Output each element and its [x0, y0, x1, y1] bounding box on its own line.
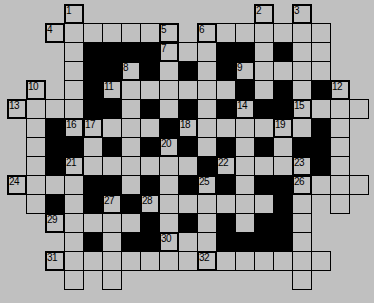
cell-r4c3[interactable] [64, 80, 84, 100]
cell-r14c15[interactable] [292, 270, 312, 290]
cell-r3c6[interactable]: 8 [121, 61, 141, 81]
block-r11c14 [273, 213, 293, 233]
cell-r13c12[interactable] [235, 251, 255, 271]
clue-number-4: 4 [47, 24, 52, 35]
block-r5c13 [254, 99, 274, 119]
cell-r6c13[interactable] [254, 118, 274, 138]
block-r7c13 [254, 137, 274, 157]
cell-r9c1[interactable] [26, 175, 46, 195]
cell-r13c14[interactable] [273, 251, 293, 271]
block-r6c2 [45, 118, 65, 138]
cell-r4c15[interactable] [292, 80, 312, 100]
cell-r11c8[interactable] [159, 213, 179, 233]
cell-r13c6[interactable] [121, 251, 141, 271]
block-r2c11 [216, 42, 236, 62]
cell-r8c6[interactable] [121, 156, 141, 176]
block-r5c7 [140, 99, 160, 119]
block-r9c11 [216, 175, 236, 195]
cell-r13c2[interactable]: 31 [45, 251, 65, 271]
cell-r6c15[interactable] [292, 118, 312, 138]
block-r3c7 [140, 61, 160, 81]
block-r12c12 [235, 232, 255, 252]
cell-r8c4[interactable] [83, 156, 103, 176]
clue-number-31: 31 [47, 252, 57, 263]
clue-number-17: 17 [85, 119, 95, 130]
cell-r3c3[interactable] [64, 61, 84, 81]
cell-r11c4[interactable] [83, 213, 103, 233]
cell-r9c2[interactable] [45, 175, 65, 195]
block-r2c14 [273, 42, 293, 62]
clue-number-21: 21 [66, 157, 76, 168]
cell-r1c15[interactable] [292, 23, 312, 43]
block-r5c5 [102, 99, 122, 119]
cell-r8c8[interactable] [159, 156, 179, 176]
block-r7c2 [45, 137, 65, 157]
cell-r7c10[interactable] [197, 137, 217, 157]
cell-r10c12[interactable] [235, 194, 255, 214]
block-r7c15 [292, 137, 312, 157]
cell-r8c14[interactable] [273, 156, 293, 176]
block-r5c11 [216, 99, 236, 119]
cell-r8c13[interactable] [254, 156, 274, 176]
cell-r1c10[interactable]: 6 [197, 23, 217, 43]
cell-r1c13[interactable] [254, 23, 274, 43]
clue-number-5: 5 [161, 24, 166, 35]
cell-r10c10[interactable] [197, 194, 217, 214]
cell-r11c15[interactable] [292, 213, 312, 233]
clue-number-1: 1 [66, 5, 71, 16]
cell-r4c10[interactable] [197, 80, 217, 100]
cell-r4c5[interactable]: 11 [102, 80, 122, 100]
block-r10c14 [273, 194, 293, 214]
block-r12c13 [254, 232, 274, 252]
cell-r14c5[interactable] [102, 270, 122, 290]
cell-r11c2[interactable]: 29 [45, 213, 65, 233]
block-r7c5 [102, 137, 122, 157]
cell-r13c4[interactable] [83, 251, 103, 271]
cell-r14c3[interactable] [64, 270, 84, 290]
clue-number-8: 8 [123, 62, 128, 73]
cell-r1c4[interactable] [83, 23, 103, 43]
clue-number-10: 10 [28, 81, 38, 92]
cell-r12c8[interactable]: 30 [159, 232, 179, 252]
cell-r4c13[interactable] [254, 80, 274, 100]
cell-r8c15[interactable]: 23 [292, 156, 312, 176]
block-r3c11 [216, 61, 236, 81]
cell-r2c10[interactable] [197, 42, 217, 62]
cell-r13c10[interactable]: 32 [197, 251, 217, 271]
clue-number-9: 9 [237, 62, 242, 73]
clue-number-16: 16 [66, 119, 76, 130]
block-r8c10 [197, 156, 217, 176]
cell-r7c4[interactable] [83, 137, 103, 157]
cell-r10c1[interactable] [26, 194, 46, 214]
cell-r5c3[interactable] [64, 99, 84, 119]
cell-r11c10[interactable] [197, 213, 217, 233]
block-r2c4 [83, 42, 103, 62]
clue-number-28: 28 [142, 195, 152, 206]
cell-r10c13[interactable] [254, 194, 274, 214]
block-r7c16 [311, 137, 331, 157]
cell-r3c8[interactable] [159, 61, 179, 81]
block-r9c13 [254, 175, 274, 195]
block-r5c14 [273, 99, 293, 119]
cell-r6c5[interactable] [102, 118, 122, 138]
cell-r10c5[interactable]: 27 [102, 194, 122, 214]
clue-number-24: 24 [9, 176, 19, 187]
cell-r4c17[interactable]: 12 [330, 80, 350, 100]
block-r7c3 [64, 137, 84, 157]
clue-number-11: 11 [104, 81, 113, 92]
cell-r5c18[interactable] [349, 99, 369, 119]
block-r2c5 [102, 42, 122, 62]
cell-r7c8[interactable]: 20 [159, 137, 179, 157]
clue-number-22: 22 [218, 157, 228, 168]
cell-r1c11[interactable] [216, 23, 236, 43]
cell-r5c0[interactable]: 13 [7, 99, 27, 119]
block-r8c16 [311, 156, 331, 176]
cell-r6c14[interactable]: 19 [273, 118, 293, 138]
cell-r7c1[interactable] [26, 137, 46, 157]
cell-r8c7[interactable] [140, 156, 160, 176]
cell-r5c6[interactable] [121, 99, 141, 119]
cell-r6c17[interactable] [330, 118, 350, 138]
cell-r9c6[interactable] [121, 175, 141, 195]
cell-r5c1[interactable] [26, 99, 46, 119]
cell-r0c3[interactable]: 1 [64, 4, 84, 24]
cell-r4c11[interactable] [216, 80, 236, 100]
block-r4c4 [83, 80, 103, 100]
clue-number-23: 23 [294, 157, 304, 168]
cell-r6c6[interactable] [121, 118, 141, 138]
block-r9c4 [83, 175, 103, 195]
cell-r4c8[interactable] [159, 80, 179, 100]
cell-r8c3[interactable]: 21 [64, 156, 84, 176]
cell-r5c10[interactable] [197, 99, 217, 119]
cell-r6c4[interactable]: 17 [83, 118, 103, 138]
cell-r1c5[interactable] [102, 23, 122, 43]
block-r6c16 [311, 118, 331, 138]
cell-r10c9[interactable] [178, 194, 198, 214]
block-r12c4 [83, 232, 103, 252]
block-r6c8 [159, 118, 179, 138]
cell-r5c12[interactable]: 14 [235, 99, 255, 119]
cell-r4c6[interactable] [121, 80, 141, 100]
cell-r9c16[interactable] [311, 175, 331, 195]
cell-r7c17[interactable] [330, 137, 350, 157]
cell-r1c8[interactable]: 5 [159, 23, 179, 43]
clue-number-3: 3 [294, 5, 299, 16]
block-r2c12 [235, 42, 255, 62]
cell-r9c15[interactable]: 26 [292, 175, 312, 195]
block-r9c14 [273, 175, 293, 195]
clue-number-32: 32 [199, 252, 209, 263]
block-r3c9 [178, 61, 198, 81]
block-r10c4 [83, 194, 103, 214]
cell-r3c10[interactable] [197, 61, 217, 81]
cell-r6c1[interactable] [26, 118, 46, 138]
block-r2c7 [140, 42, 160, 62]
cell-r13c7[interactable] [140, 251, 160, 271]
cell-r2c3[interactable] [64, 42, 84, 62]
cell-r2c15[interactable] [292, 42, 312, 62]
cell-r12c3[interactable] [64, 232, 84, 252]
clue-number-27: 27 [104, 195, 114, 206]
cell-r1c12[interactable] [235, 23, 255, 43]
cell-r9c8[interactable] [159, 175, 179, 195]
cell-r10c8[interactable] [159, 194, 179, 214]
block-r11c11 [216, 213, 236, 233]
cell-r1c14[interactable] [273, 23, 293, 43]
cell-r7c14[interactable] [273, 137, 293, 157]
cell-r6c10[interactable] [197, 118, 217, 138]
clue-number-18: 18 [180, 119, 190, 130]
cell-r13c13[interactable] [254, 251, 274, 271]
cell-r3c16[interactable] [311, 61, 331, 81]
block-r2c6 [121, 42, 141, 62]
block-r9c5 [102, 175, 122, 195]
cell-r12c9[interactable] [178, 232, 198, 252]
cell-r1c6[interactable] [121, 23, 141, 43]
block-r9c7 [140, 175, 160, 195]
cell-r10c15[interactable] [292, 194, 312, 214]
cell-r5c16[interactable] [311, 99, 331, 119]
block-r7c7 [140, 137, 160, 157]
cell-r9c12[interactable] [235, 175, 255, 195]
block-r4c14 [273, 80, 293, 100]
block-r12c11 [216, 232, 236, 252]
cell-r6c12[interactable] [235, 118, 255, 138]
block-r11c7 [140, 213, 160, 233]
cell-r13c15[interactable] [292, 251, 312, 271]
crossword-board: 1234567891011121314151617181920212223242… [0, 0, 374, 303]
cell-r5c8[interactable] [159, 99, 179, 119]
cell-r5c2[interactable] [45, 99, 65, 119]
clue-number-12: 12 [332, 81, 342, 92]
cell-r13c3[interactable] [64, 251, 84, 271]
clue-number-6: 6 [199, 24, 204, 35]
cell-r7c6[interactable] [121, 137, 141, 157]
clue-number-26: 26 [294, 176, 304, 187]
block-r8c2 [45, 156, 65, 176]
cell-r6c11[interactable] [216, 118, 236, 138]
cell-r12c15[interactable] [292, 232, 312, 252]
cell-r13c9[interactable] [178, 251, 198, 271]
cell-r5c17[interactable] [330, 99, 350, 119]
cell-r1c3[interactable] [64, 23, 84, 43]
cell-r11c3[interactable] [64, 213, 84, 233]
cell-r11c6[interactable] [121, 213, 141, 233]
cell-r8c1[interactable] [26, 156, 46, 176]
clue-number-25: 25 [199, 176, 209, 187]
cell-r9c17[interactable] [330, 175, 350, 195]
cell-r5c15[interactable]: 15 [292, 99, 312, 119]
clue-number-2: 2 [256, 5, 261, 16]
cell-r8c5[interactable] [102, 156, 122, 176]
block-r7c11 [216, 137, 236, 157]
block-r4c16 [311, 80, 331, 100]
cell-r9c3[interactable] [64, 175, 84, 195]
clue-number-20: 20 [161, 138, 171, 149]
cell-r8c12[interactable] [235, 156, 255, 176]
cell-r2c16[interactable] [311, 42, 331, 62]
cell-r10c7[interactable]: 28 [140, 194, 160, 214]
cell-r10c11[interactable] [216, 194, 236, 214]
cell-r6c3[interactable]: 16 [64, 118, 84, 138]
clue-number-30: 30 [161, 233, 171, 244]
cell-r3c12[interactable]: 9 [235, 61, 255, 81]
block-r5c4 [83, 99, 103, 119]
cell-r10c17[interactable] [330, 194, 350, 214]
cell-r13c5[interactable] [102, 251, 122, 271]
cell-r6c7[interactable] [140, 118, 160, 138]
cell-r12c10[interactable] [197, 232, 217, 252]
block-r7c9 [178, 137, 198, 157]
cell-r4c7[interactable] [140, 80, 160, 100]
cell-r0c13[interactable]: 2 [254, 4, 274, 24]
clue-number-7: 7 [161, 43, 166, 54]
cell-r13c11[interactable] [216, 251, 236, 271]
clue-number-14: 14 [237, 100, 247, 111]
cell-r13c16[interactable] [311, 251, 331, 271]
cell-r1c7[interactable] [140, 23, 160, 43]
cell-r0c15[interactable]: 3 [292, 4, 312, 24]
cell-r4c9[interactable] [178, 80, 198, 100]
cell-r3c14[interactable] [273, 61, 293, 81]
cell-r3c15[interactable] [292, 61, 312, 81]
cell-r8c9[interactable] [178, 156, 198, 176]
block-r5c9 [178, 99, 198, 119]
block-r3c5 [102, 61, 122, 81]
block-r10c6 [121, 194, 141, 214]
cell-r2c8[interactable]: 7 [159, 42, 179, 62]
block-r11c9 [178, 213, 198, 233]
cell-r12c5[interactable] [102, 232, 122, 252]
block-r9c9 [178, 175, 198, 195]
block-r10c2 [45, 194, 65, 214]
cell-r4c1[interactable]: 10 [26, 80, 46, 100]
cell-r1c16[interactable] [311, 23, 331, 43]
block-r3c4 [83, 61, 103, 81]
cell-r2c13[interactable] [254, 42, 274, 62]
clue-number-13: 13 [9, 100, 19, 111]
cell-r9c18[interactable] [349, 175, 369, 195]
cell-r9c0[interactable]: 24 [7, 175, 27, 195]
cell-r1c2[interactable]: 4 [45, 23, 65, 43]
cell-r7c12[interactable] [235, 137, 255, 157]
cell-r3c13[interactable] [254, 61, 274, 81]
cell-r9c10[interactable]: 25 [197, 175, 217, 195]
cell-r10c3[interactable] [64, 194, 84, 214]
cell-r2c9[interactable] [178, 42, 198, 62]
clue-number-19: 19 [275, 119, 285, 130]
cell-r11c12[interactable] [235, 213, 255, 233]
clue-number-15: 15 [294, 100, 304, 111]
block-r12c7 [140, 232, 160, 252]
cell-r8c11[interactable]: 22 [216, 156, 236, 176]
cell-r8c17[interactable] [330, 156, 350, 176]
clue-number-29: 29 [47, 214, 57, 225]
cell-r13c8[interactable] [159, 251, 179, 271]
block-r12c14 [273, 232, 293, 252]
block-r11c13 [254, 213, 274, 233]
block-r12c6 [121, 232, 141, 252]
cell-r11c5[interactable] [102, 213, 122, 233]
block-r4c12 [235, 80, 255, 100]
cell-r6c9[interactable]: 18 [178, 118, 198, 138]
